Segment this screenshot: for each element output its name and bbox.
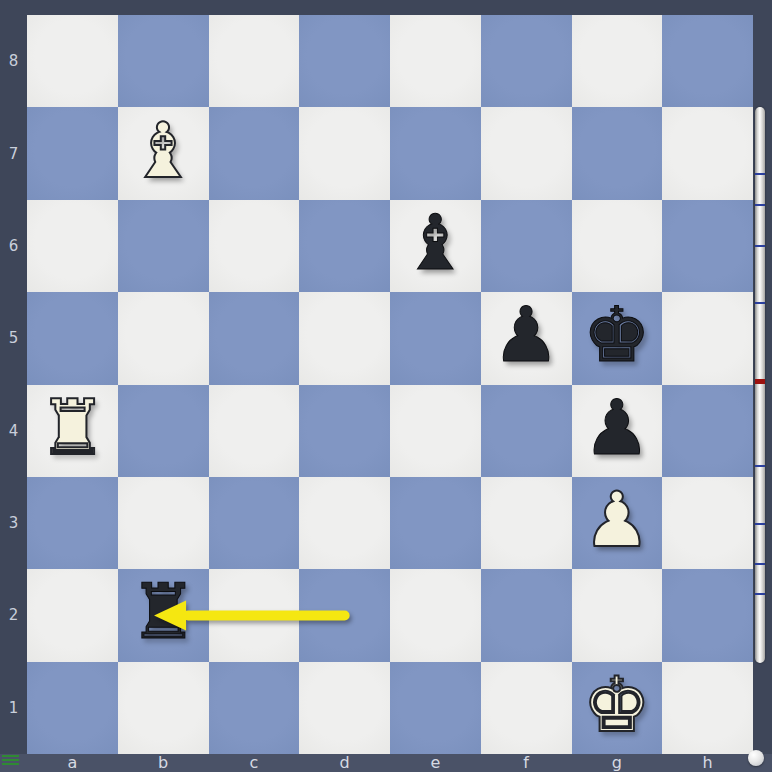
square-g6[interactable] [572,200,663,292]
rank-label-2: 2 [0,606,27,624]
square-e3[interactable] [390,477,481,569]
chess-board-window: 87654321 abcdefgh ♝♝♟♚♜♟♟♜♚ [0,0,772,772]
square-a4[interactable]: ♜ [27,385,118,477]
square-f6[interactable] [481,200,572,292]
eval-scale-tick [755,563,765,565]
rank-label-1: 1 [0,699,27,717]
white-rook-a4[interactable]: ♜ [38,390,106,466]
file-labels: abcdefgh [27,754,753,772]
square-g1[interactable]: ♚ [572,662,663,754]
square-b5[interactable] [118,292,209,384]
square-h4[interactable] [662,385,753,477]
square-g5[interactable]: ♚ [572,292,663,384]
square-e8[interactable] [390,15,481,107]
rank-label-6: 6 [0,237,27,255]
square-d4[interactable] [299,385,390,477]
evaluation-slider[interactable] [755,107,765,663]
menu-icon[interactable] [2,754,19,767]
square-a8[interactable] [27,15,118,107]
square-e6[interactable]: ♝ [390,200,481,292]
black-rook-b2[interactable]: ♜ [129,574,197,650]
white-pawn-g3[interactable]: ♟ [583,482,651,558]
square-b1[interactable] [118,662,209,754]
square-b6[interactable] [118,200,209,292]
rank-label-4: 4 [0,422,27,440]
rank-label-8: 8 [0,52,27,70]
square-f8[interactable] [481,15,572,107]
file-label-g: g [612,753,622,772]
square-h3[interactable] [662,477,753,569]
black-pawn-g4[interactable]: ♟ [583,390,651,466]
square-g7[interactable] [572,107,663,199]
square-a5[interactable] [27,292,118,384]
square-e1[interactable] [390,662,481,754]
square-c7[interactable] [209,107,300,199]
square-c6[interactable] [209,200,300,292]
white-king-g1[interactable]: ♚ [583,667,651,743]
square-b7[interactable]: ♝ [118,107,209,199]
white-to-move-indicator [748,750,764,766]
square-e7[interactable] [390,107,481,199]
square-a3[interactable] [27,477,118,569]
square-c8[interactable] [209,15,300,107]
white-bishop-b7[interactable]: ♝ [129,113,197,189]
rank-label-5: 5 [0,329,27,347]
black-pawn-f5[interactable]: ♟ [492,297,560,373]
square-g4[interactable]: ♟ [572,385,663,477]
square-g2[interactable] [572,569,663,661]
file-label-h: h [703,753,713,772]
file-label-a: a [67,753,77,772]
eval-scale-tick [755,593,765,595]
file-label-b: b [158,753,168,772]
square-e4[interactable] [390,385,481,477]
square-b3[interactable] [118,477,209,569]
square-b8[interactable] [118,15,209,107]
square-e2[interactable] [390,569,481,661]
square-h8[interactable] [662,15,753,107]
square-b2[interactable]: ♜ [118,569,209,661]
rank-label-3: 3 [0,514,27,532]
square-f5[interactable]: ♟ [481,292,572,384]
eval-scale-tick [755,302,765,304]
square-f4[interactable] [481,385,572,477]
square-c3[interactable] [209,477,300,569]
board: ♝♝♟♚♜♟♟♜♚ [27,15,753,754]
square-h2[interactable] [662,569,753,661]
eval-scale-tick [755,173,765,175]
square-h5[interactable] [662,292,753,384]
black-king-g5[interactable]: ♚ [583,297,651,373]
eval-scale-tick [755,523,765,525]
square-a1[interactable] [27,662,118,754]
eval-scale-tick [755,465,765,467]
square-g8[interactable] [572,15,663,107]
square-d2[interactable] [299,569,390,661]
square-f1[interactable] [481,662,572,754]
rank-label-7: 7 [0,145,27,163]
square-d1[interactable] [299,662,390,754]
square-b4[interactable] [118,385,209,477]
square-g3[interactable]: ♟ [572,477,663,569]
square-d3[interactable] [299,477,390,569]
rank-labels: 87654321 [0,15,27,754]
square-f3[interactable] [481,477,572,569]
square-f2[interactable] [481,569,572,661]
eval-scale-tick [755,204,765,206]
square-e5[interactable] [390,292,481,384]
square-d8[interactable] [299,15,390,107]
square-d6[interactable] [299,200,390,292]
square-c4[interactable] [209,385,300,477]
square-h6[interactable] [662,200,753,292]
square-d5[interactable] [299,292,390,384]
square-h7[interactable] [662,107,753,199]
eval-scale-tick [755,245,765,247]
square-a7[interactable] [27,107,118,199]
square-c2[interactable] [209,569,300,661]
square-a2[interactable] [27,569,118,661]
square-h1[interactable] [662,662,753,754]
eval-center-marker [755,379,765,384]
square-d7[interactable] [299,107,390,199]
square-c1[interactable] [209,662,300,754]
file-label-d: d [340,753,350,772]
file-label-f: f [523,753,529,772]
file-label-e: e [430,753,440,772]
black-bishop-e6[interactable]: ♝ [401,205,469,281]
square-a6[interactable] [27,200,118,292]
square-f7[interactable] [481,107,572,199]
square-c5[interactable] [209,292,300,384]
file-label-c: c [249,753,258,772]
